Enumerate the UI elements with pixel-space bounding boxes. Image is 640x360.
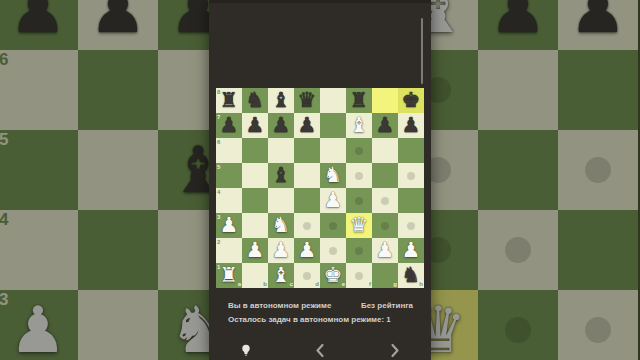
square-d7[interactable]: ♟ xyxy=(294,113,320,138)
status-panel: Вы в автономном режиме Без рейтинга Оста… xyxy=(209,288,431,360)
square-c2[interactable]: ♟ xyxy=(268,238,294,263)
square-h5[interactable] xyxy=(398,163,424,188)
square-c8[interactable]: ♝ xyxy=(268,88,294,113)
white-knight-piece[interactable]: ♞ xyxy=(320,163,346,188)
square-g3[interactable] xyxy=(372,213,398,238)
square-e3[interactable] xyxy=(320,213,346,238)
square-d5[interactable] xyxy=(294,163,320,188)
square-f3[interactable]: ♛ xyxy=(346,213,372,238)
chevron-right-icon[interactable] xyxy=(390,343,400,360)
bottom-toolbar xyxy=(209,343,431,360)
square-h7[interactable]: ♟ xyxy=(398,113,424,138)
square-a7[interactable]: ♟7 xyxy=(216,113,242,138)
white-pawn-piece[interactable]: ♟ xyxy=(320,188,346,213)
square-a8[interactable]: ♜8 xyxy=(216,88,242,113)
legal-move-dot[interactable] xyxy=(303,272,311,280)
legal-move-dot[interactable] xyxy=(355,147,363,155)
rank-label: 7 xyxy=(217,114,220,120)
square-g2[interactable]: ♟ xyxy=(372,238,398,263)
legal-move-dot[interactable] xyxy=(381,222,389,230)
white-queen-piece[interactable]: ♛ xyxy=(346,213,372,238)
square-h4[interactable] xyxy=(398,188,424,213)
square-e2[interactable] xyxy=(320,238,346,263)
square-g1[interactable]: g xyxy=(372,263,398,288)
white-pawn-piece[interactable]: ♟ xyxy=(294,238,320,263)
square-a1[interactable]: ♜1a xyxy=(216,263,242,288)
white-pawn-piece[interactable]: ♟ xyxy=(372,238,398,263)
square-d2[interactable]: ♟ xyxy=(294,238,320,263)
file-label: a xyxy=(238,281,241,287)
hint-lightbulb-icon[interactable] xyxy=(240,343,252,360)
square-e1[interactable]: ♚e xyxy=(320,263,346,288)
black-bishop-piece[interactable]: ♝ xyxy=(268,88,294,113)
black-pawn-piece[interactable]: ♟ xyxy=(268,113,294,138)
app-top-border xyxy=(209,0,431,3)
square-d6[interactable] xyxy=(294,138,320,163)
square-f6[interactable] xyxy=(346,138,372,163)
white-pawn-piece[interactable]: ♟ xyxy=(268,238,294,263)
square-b3[interactable] xyxy=(242,213,268,238)
legal-move-dot[interactable] xyxy=(355,197,363,205)
square-e4[interactable]: ♟ xyxy=(320,188,346,213)
legal-move-dot[interactable] xyxy=(381,197,389,205)
square-f1[interactable]: f xyxy=(346,263,372,288)
square-a4[interactable]: 4 xyxy=(216,188,242,213)
square-b1[interactable]: b xyxy=(242,263,268,288)
square-a6[interactable]: 6 xyxy=(216,138,242,163)
square-b4[interactable] xyxy=(242,188,268,213)
rank-label: 6 xyxy=(217,139,220,145)
white-pawn-piece[interactable]: ♟ xyxy=(398,238,424,263)
file-label: h xyxy=(419,281,423,287)
square-f5[interactable] xyxy=(346,163,372,188)
legal-move-dot[interactable] xyxy=(407,222,415,230)
legal-move-dot[interactable] xyxy=(355,172,363,180)
white-bishop-piece[interactable]: ♝ xyxy=(346,113,372,138)
rank-label: 1 xyxy=(217,264,220,270)
black-pawn-piece[interactable]: ♟ xyxy=(294,113,320,138)
square-b2[interactable]: ♟ xyxy=(242,238,268,263)
unrated-label: Без рейтинга xyxy=(361,301,413,310)
square-f8[interactable]: ♜ xyxy=(346,88,372,113)
square-c7[interactable]: ♟ xyxy=(268,113,294,138)
rank-label: 3 xyxy=(217,214,220,220)
file-label: e xyxy=(342,281,345,287)
square-h1[interactable]: ♞h xyxy=(398,263,424,288)
square-g6[interactable] xyxy=(372,138,398,163)
square-f7[interactable]: ♝ xyxy=(346,113,372,138)
square-h3[interactable] xyxy=(398,213,424,238)
square-e6[interactable] xyxy=(320,138,346,163)
file-label: g xyxy=(393,281,397,287)
square-h2[interactable]: ♟ xyxy=(398,238,424,263)
square-g4[interactable] xyxy=(372,188,398,213)
legal-move-dot[interactable] xyxy=(407,172,415,180)
white-knight-piece[interactable]: ♞ xyxy=(268,213,294,238)
square-c6[interactable] xyxy=(268,138,294,163)
chevron-left-icon[interactable] xyxy=(315,343,325,360)
square-e7[interactable] xyxy=(320,113,346,138)
square-e5[interactable]: ♞ xyxy=(320,163,346,188)
square-a2[interactable]: 2 xyxy=(216,238,242,263)
file-label: d xyxy=(315,281,319,287)
black-knight-piece[interactable]: ♞ xyxy=(242,88,268,113)
rank-label: 4 xyxy=(217,189,220,195)
black-bishop-piece[interactable]: ♝ xyxy=(268,163,294,188)
white-pawn-piece[interactable]: ♟ xyxy=(242,238,268,263)
square-b8[interactable]: ♞ xyxy=(242,88,268,113)
file-label: c xyxy=(290,281,293,287)
screenshot-root: ♜8♞♝♛♜♚♟7♟♟♟♝♟♟65♝♞4♟♟3♞♛2♟♟♟♟♟♜1ab♝cd♚e… xyxy=(0,0,640,360)
legal-move-dot[interactable] xyxy=(329,247,337,255)
file-label: f xyxy=(369,281,371,287)
status-row-1: Вы в автономном режиме Без рейтинга xyxy=(209,288,431,310)
black-pawn-piece[interactable]: ♟ xyxy=(242,113,268,138)
square-d4[interactable] xyxy=(294,188,320,213)
square-a3[interactable]: ♟3 xyxy=(216,213,242,238)
square-h6[interactable] xyxy=(398,138,424,163)
rank-label: 2 xyxy=(217,239,220,245)
square-a5[interactable]: 5 xyxy=(216,163,242,188)
chess-board[interactable]: ♜8♞♝♛♜♚♟7♟♟♟♝♟♟65♝♞4♟♟3♞♛2♟♟♟♟♟♜1ab♝cd♚e… xyxy=(216,88,424,288)
legal-move-dot[interactable] xyxy=(355,272,363,280)
square-b7[interactable]: ♟ xyxy=(242,113,268,138)
square-d8[interactable]: ♛ xyxy=(294,88,320,113)
scrollbar[interactable] xyxy=(421,18,423,84)
square-b5[interactable] xyxy=(242,163,268,188)
square-c3[interactable]: ♞ xyxy=(268,213,294,238)
black-queen-piece[interactable]: ♛ xyxy=(294,88,320,113)
square-d1[interactable]: d xyxy=(294,263,320,288)
chess-app-window: ♜8♞♝♛♜♚♟7♟♟♟♝♟♟65♝♞4♟♟3♞♛2♟♟♟♟♟♜1ab♝cd♚e… xyxy=(209,0,431,360)
rank-label: 5 xyxy=(217,164,220,170)
offline-mode-label: Вы в автономном режиме xyxy=(228,301,331,310)
square-d3[interactable] xyxy=(294,213,320,238)
square-f4[interactable] xyxy=(346,188,372,213)
black-pawn-piece[interactable]: ♟ xyxy=(398,113,424,138)
square-c5[interactable]: ♝ xyxy=(268,163,294,188)
square-f2[interactable] xyxy=(346,238,372,263)
black-rook-piece[interactable]: ♜ xyxy=(346,88,372,113)
file-label: b xyxy=(263,281,267,287)
legal-move-dot[interactable] xyxy=(355,247,363,255)
square-g7[interactable]: ♟ xyxy=(372,113,398,138)
square-e8[interactable] xyxy=(320,88,346,113)
rank-label: 8 xyxy=(217,89,220,95)
remaining-tasks-label: Осталось задач в автономном режиме: 1 xyxy=(209,310,431,324)
square-c4[interactable] xyxy=(268,188,294,213)
square-b6[interactable] xyxy=(242,138,268,163)
square-g8[interactable] xyxy=(372,88,398,113)
square-h8[interactable]: ♚ xyxy=(398,88,424,113)
legal-move-dot[interactable] xyxy=(329,222,337,230)
legal-move-dot[interactable] xyxy=(303,222,311,230)
square-c1[interactable]: ♝c xyxy=(268,263,294,288)
black-pawn-piece[interactable]: ♟ xyxy=(372,113,398,138)
black-king-piece[interactable]: ♚ xyxy=(398,88,424,113)
square-g5[interactable] xyxy=(372,163,398,188)
